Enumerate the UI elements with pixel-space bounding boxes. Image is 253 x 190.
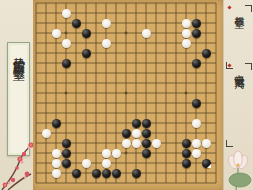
stone-black[interactable] bbox=[122, 129, 131, 138]
stone-black[interactable] bbox=[192, 99, 201, 108]
stone-white[interactable] bbox=[152, 139, 161, 148]
stone-black[interactable] bbox=[192, 19, 201, 28]
left-decor-panel: 势子解围棋教室 bbox=[0, 0, 34, 190]
stone-white[interactable] bbox=[192, 149, 201, 158]
stone-black[interactable] bbox=[142, 149, 151, 158]
stone-white[interactable] bbox=[202, 139, 211, 148]
stone-white[interactable] bbox=[192, 119, 201, 128]
top-scroll-text: 棋教室 bbox=[232, 8, 246, 66]
top-scroll: 棋教室 bbox=[230, 8, 248, 66]
stone-black[interactable] bbox=[142, 139, 151, 148]
stone-white[interactable] bbox=[132, 139, 141, 148]
stone-white[interactable] bbox=[112, 149, 121, 158]
corner-bracket-icon bbox=[245, 5, 252, 12]
stone-white[interactable] bbox=[192, 139, 201, 148]
stone-black[interactable] bbox=[192, 59, 201, 68]
stone-black[interactable] bbox=[82, 49, 91, 58]
stone-black[interactable] bbox=[72, 19, 81, 28]
stone-black[interactable] bbox=[62, 149, 71, 158]
stone-black[interactable] bbox=[132, 169, 141, 178]
stone-black[interactable] bbox=[62, 59, 71, 68]
stone-black[interactable] bbox=[132, 119, 141, 128]
stone-white[interactable] bbox=[102, 19, 111, 28]
stone-black[interactable] bbox=[142, 129, 151, 138]
stones-layer bbox=[31, 0, 221, 188]
go-game-screen: 势子解围棋教室 bbox=[0, 0, 253, 190]
stone-white[interactable] bbox=[52, 159, 61, 168]
stone-white[interactable] bbox=[142, 29, 151, 38]
stone-black[interactable] bbox=[142, 119, 151, 128]
stone-white[interactable] bbox=[182, 39, 191, 48]
stone-black[interactable] bbox=[82, 29, 91, 38]
stone-white[interactable] bbox=[102, 149, 111, 158]
stone-black[interactable] bbox=[62, 139, 71, 148]
stone-white[interactable] bbox=[42, 129, 51, 138]
stone-white[interactable] bbox=[132, 129, 141, 138]
stone-black[interactable] bbox=[62, 159, 71, 168]
stone-white[interactable] bbox=[182, 29, 191, 38]
stone-white[interactable] bbox=[52, 29, 61, 38]
lotus-icon bbox=[224, 138, 253, 190]
last-move-marker-icon bbox=[207, 164, 211, 168]
red-leaf-icon bbox=[227, 63, 231, 67]
stone-black[interactable] bbox=[192, 29, 201, 38]
go-board[interactable] bbox=[33, 0, 224, 190]
stone-white[interactable] bbox=[62, 9, 71, 18]
stone-white[interactable] bbox=[102, 39, 111, 48]
bottom-scroll: 中级示范对局 bbox=[230, 66, 248, 144]
stone-black[interactable] bbox=[52, 119, 61, 128]
bottom-scroll-text: 中级示范对局 bbox=[232, 66, 246, 144]
stone-white[interactable] bbox=[102, 159, 111, 168]
stone-black[interactable] bbox=[102, 169, 111, 178]
stone-black[interactable] bbox=[202, 49, 211, 58]
stone-black[interactable] bbox=[202, 159, 211, 168]
red-leaf-icon bbox=[227, 5, 231, 9]
stone-white[interactable] bbox=[52, 149, 61, 158]
stone-black[interactable] bbox=[182, 149, 191, 158]
stone-black[interactable] bbox=[182, 159, 191, 168]
stone-white[interactable] bbox=[62, 39, 71, 48]
stone-white[interactable] bbox=[122, 139, 131, 148]
stone-white[interactable] bbox=[82, 159, 91, 168]
stone-white[interactable] bbox=[52, 169, 61, 178]
right-decor-panel: 棋教室 中级示范对局 bbox=[223, 0, 253, 190]
stone-black[interactable] bbox=[182, 139, 191, 148]
stone-black[interactable] bbox=[92, 169, 101, 178]
stone-black[interactable] bbox=[72, 169, 81, 178]
corner-bracket-icon bbox=[245, 63, 252, 70]
stone-white[interactable] bbox=[182, 19, 191, 28]
plum-blossom-icon bbox=[0, 130, 33, 190]
stone-black[interactable] bbox=[112, 169, 121, 178]
